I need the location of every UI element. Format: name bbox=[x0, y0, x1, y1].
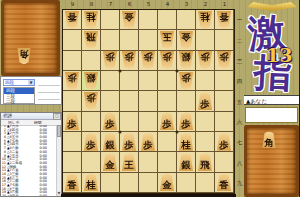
board-cell-17[interactable]: 歩 bbox=[215, 132, 234, 152]
board-cell-56[interactable] bbox=[139, 112, 158, 132]
board-cell-61[interactable]: 金 bbox=[120, 10, 139, 30]
board-cell-66[interactable] bbox=[120, 112, 139, 132]
piece-香-19[interactable]: 香 bbox=[217, 173, 232, 191]
file-label-8: 8 bbox=[82, 1, 101, 7]
piece-飛-28[interactable]: 飛 bbox=[198, 153, 213, 171]
rank-label-9: 九 bbox=[235, 180, 244, 187]
piece-銀-38[interactable]: 銀 bbox=[179, 153, 194, 171]
kifu-title: 棋譜 bbox=[3, 113, 53, 119]
board-cell-99[interactable]: 香 bbox=[63, 173, 82, 193]
board-cell-51[interactable] bbox=[139, 10, 158, 30]
player-info-box bbox=[245, 107, 298, 123]
gote-hand-tray: 角 bbox=[1, 0, 60, 76]
board-cell-71[interactable] bbox=[101, 10, 120, 30]
board-cell-85[interactable]: 歩 bbox=[82, 91, 101, 111]
kifu-move-list[interactable]: 1▲7六歩0:002△8四歩0:003▲2六歩0:004△8五歩0:005▲7七… bbox=[1, 125, 56, 196]
file-label-1: 1 bbox=[215, 1, 234, 7]
board-cell-14[interactable] bbox=[215, 71, 234, 91]
piece-王-68[interactable]: 王 bbox=[122, 153, 137, 171]
dropdown-item-3[interactable]: 二段 bbox=[4, 99, 34, 105]
settings-panel: 四段 ▼ 四段三段二段 bbox=[0, 76, 62, 105]
board-cell-27[interactable] bbox=[196, 132, 215, 152]
board-cell-45[interactable] bbox=[158, 91, 177, 111]
board-cell-22[interactable] bbox=[196, 30, 215, 50]
rank-label-3: 三 bbox=[235, 58, 244, 65]
board-cell-43[interactable]: 歩 bbox=[158, 51, 177, 71]
piece-歩-85[interactable]: 歩 bbox=[84, 92, 99, 110]
combobox-value: 四段 bbox=[5, 80, 14, 85]
piece-歩-63[interactable]: 歩 bbox=[122, 51, 137, 69]
piece-歩-96[interactable]: 歩 bbox=[65, 112, 80, 130]
piece-銀-33[interactable]: 銀 bbox=[179, 51, 194, 69]
board-cell-79[interactable] bbox=[101, 173, 120, 193]
board-cell-21[interactable]: 桂 bbox=[196, 10, 215, 30]
board-cell-91[interactable]: 香 bbox=[63, 10, 82, 30]
board-cell-29[interactable] bbox=[196, 173, 215, 193]
piece-歩-34[interactable]: 歩 bbox=[179, 72, 194, 90]
piece-飛-82[interactable]: 飛 bbox=[84, 31, 99, 49]
board-cell-57[interactable]: 歩 bbox=[139, 132, 158, 152]
board-cell-93[interactable] bbox=[63, 51, 82, 71]
board-cell-86[interactable] bbox=[82, 112, 101, 132]
board-cell-83[interactable] bbox=[82, 51, 101, 71]
rank-label-1: 一 bbox=[235, 17, 244, 24]
board-cell-68[interactable]: 王 bbox=[120, 152, 139, 172]
piece-桂-89[interactable]: 桂 bbox=[84, 173, 99, 191]
board-cell-54[interactable] bbox=[139, 71, 158, 91]
board-cell-75[interactable] bbox=[101, 91, 120, 111]
board-cell-12[interactable] bbox=[215, 30, 234, 50]
board-cell-88[interactable] bbox=[82, 152, 101, 172]
board-cell-78[interactable]: 金 bbox=[101, 152, 120, 172]
board-cell-35[interactable] bbox=[177, 91, 196, 111]
hoshi-dot bbox=[176, 131, 179, 134]
piece-金-78[interactable]: 金 bbox=[103, 153, 118, 171]
board-cell-59[interactable] bbox=[139, 173, 158, 193]
board-cell-13[interactable]: 歩 bbox=[215, 51, 234, 71]
piece-金-61[interactable]: 金 bbox=[122, 11, 137, 29]
board-cell-92[interactable] bbox=[63, 30, 82, 50]
player-label: ▲あなた bbox=[244, 95, 299, 105]
board-cell-95[interactable] bbox=[63, 91, 82, 111]
board-cell-46[interactable]: 歩 bbox=[158, 112, 177, 132]
board-cell-47[interactable] bbox=[158, 132, 177, 152]
hoshi-dot bbox=[119, 70, 122, 73]
piece-金-32[interactable]: 金 bbox=[179, 31, 194, 49]
file-label-6: 6 bbox=[120, 1, 139, 7]
file-label-2: 2 bbox=[196, 1, 215, 7]
file-label-4: 4 bbox=[158, 1, 177, 7]
piece-歩-57[interactable]: 歩 bbox=[141, 133, 156, 151]
piece-銀-84[interactable]: 銀 bbox=[84, 72, 99, 90]
board-cell-25[interactable]: 歩 bbox=[196, 91, 215, 111]
scrollbar-thumb[interactable] bbox=[57, 125, 61, 137]
board-cell-64[interactable] bbox=[120, 71, 139, 91]
board-cell-44[interactable] bbox=[158, 71, 177, 91]
sente-hand-tray: 角 bbox=[244, 125, 299, 197]
board-cell-28[interactable]: 飛 bbox=[196, 152, 215, 172]
board-cell-48[interactable] bbox=[158, 152, 177, 172]
level-combobox[interactable]: 四段 ▼ bbox=[3, 79, 35, 86]
board-cell-81[interactable]: 桂 bbox=[82, 10, 101, 30]
hand-piece-角[interactable]: 角 bbox=[17, 47, 31, 64]
app-logo: 激 指 13 bbox=[244, 0, 300, 95]
piece-香-99[interactable]: 香 bbox=[65, 173, 80, 191]
board-cell-34[interactable]: 歩 bbox=[177, 71, 196, 91]
piece-歩-73[interactable]: 歩 bbox=[103, 51, 118, 69]
file-label-7: 7 bbox=[101, 1, 120, 7]
board-cell-89[interactable]: 桂 bbox=[82, 173, 101, 193]
piece-歩-67[interactable]: 歩 bbox=[122, 133, 137, 151]
piece-角-in-hand[interactable]: 角 bbox=[262, 131, 276, 148]
board-cell-67[interactable]: 歩 bbox=[120, 132, 139, 152]
board-cell-18[interactable] bbox=[215, 152, 234, 172]
board-cell-23[interactable]: 歩 bbox=[196, 51, 215, 71]
board-cell-58[interactable] bbox=[139, 152, 158, 172]
hoshi-dot bbox=[119, 131, 122, 134]
piece-銀-77[interactable]: 銀 bbox=[103, 133, 118, 151]
combobox-arrow-icon[interactable]: ▼ bbox=[28, 80, 34, 85]
piece-歩-25[interactable]: 歩 bbox=[198, 92, 213, 110]
piece-歩-13[interactable]: 歩 bbox=[217, 51, 232, 69]
kifu-window-button[interactable]: □ bbox=[53, 113, 61, 120]
board-cell-63[interactable]: 歩 bbox=[120, 51, 139, 71]
rank-label-6: 六 bbox=[235, 119, 244, 126]
board-cell-19[interactable]: 香 bbox=[215, 173, 234, 193]
board-cell-82[interactable]: 飛 bbox=[82, 30, 101, 50]
piece-桂-81[interactable]: 桂 bbox=[84, 11, 99, 29]
board-cell-36[interactable]: 歩 bbox=[177, 112, 196, 132]
rank-label-2: 二 bbox=[235, 38, 244, 45]
piece-歩-76[interactable]: 歩 bbox=[103, 112, 118, 130]
piece-歩-36[interactable]: 歩 bbox=[179, 112, 194, 130]
board-cell-87[interactable]: 歩 bbox=[82, 132, 101, 152]
board-cell-55[interactable] bbox=[139, 91, 158, 111]
hand-piece-角[interactable]: 角 bbox=[262, 131, 276, 148]
rank-label-5: 五 bbox=[235, 99, 244, 106]
board-cell-37[interactable]: 桂 bbox=[177, 132, 196, 152]
board-cell-53[interactable]: 歩 bbox=[139, 51, 158, 71]
piece-歩-23[interactable]: 歩 bbox=[198, 51, 213, 69]
board-cell-32[interactable]: 金 bbox=[177, 30, 196, 50]
rank-label-4: 四 bbox=[235, 78, 244, 85]
board-cell-52[interactable] bbox=[139, 30, 158, 50]
file-label-5: 5 bbox=[139, 1, 158, 7]
hoshi-dot bbox=[176, 70, 179, 73]
board-cell-77[interactable]: 銀 bbox=[101, 132, 120, 152]
shogi-board[interactable]: 香桂金桂香飛玉金歩歩歩歩銀歩歩歩銀歩歩歩歩歩歩歩歩銀歩歩桂歩金王銀飛香桂金香 bbox=[63, 10, 234, 193]
board-cell-39[interactable] bbox=[177, 173, 196, 193]
kifu-row-20[interactable]: 20△9四歩0:00 bbox=[1, 195, 56, 196]
piece-歩-94[interactable]: 歩 bbox=[65, 72, 80, 90]
board-cell-98[interactable] bbox=[63, 152, 82, 172]
app-window: 角 四段 ▼ 四段三段二段 棋譜 □ 指し手 時間 1▲7六歩0:002△8四歩… bbox=[0, 0, 300, 197]
piece-金-49[interactable]: 金 bbox=[160, 173, 175, 191]
board-cell-16[interactable] bbox=[215, 112, 234, 132]
board-cell-74[interactable] bbox=[101, 71, 120, 91]
level-dropdown-list: 四段三段二段 bbox=[3, 87, 35, 104]
rank-label-7: 七 bbox=[235, 139, 244, 146]
board-cell-33[interactable]: 銀 bbox=[177, 51, 196, 71]
board-cell-73[interactable]: 歩 bbox=[101, 51, 120, 71]
piece-桂-21[interactable]: 桂 bbox=[198, 11, 213, 29]
piece-歩-43[interactable]: 歩 bbox=[160, 51, 175, 69]
board-cell-24[interactable] bbox=[196, 71, 215, 91]
piece-歩-46[interactable]: 歩 bbox=[160, 112, 175, 130]
panel-divider bbox=[38, 85, 60, 86]
file-label-3: 3 bbox=[177, 1, 196, 7]
panel-divider bbox=[38, 92, 60, 93]
board-cell-15[interactable] bbox=[215, 91, 234, 111]
piece-玉-42[interactable]: 玉 bbox=[160, 31, 175, 49]
board-cell-49[interactable]: 金 bbox=[158, 173, 177, 193]
file-label-9: 9 bbox=[63, 1, 82, 7]
board-cell-62[interactable] bbox=[120, 30, 139, 50]
rank-label-8: 八 bbox=[235, 160, 244, 167]
board-cell-69[interactable] bbox=[120, 173, 139, 193]
piece-歩-17[interactable]: 歩 bbox=[217, 133, 232, 151]
panel-divider bbox=[38, 99, 60, 100]
piece-香-11[interactable]: 香 bbox=[217, 11, 232, 29]
piece-歩-87[interactable]: 歩 bbox=[84, 133, 99, 151]
board-cell-96[interactable]: 歩 bbox=[63, 112, 82, 132]
board-cell-42[interactable]: 玉 bbox=[158, 30, 177, 50]
kifu-titlebar[interactable]: 棋譜 □ bbox=[1, 113, 61, 120]
piece-歩-53[interactable]: 歩 bbox=[141, 51, 156, 69]
piece-角-in-hand[interactable]: 角 bbox=[17, 47, 31, 64]
board-cell-65[interactable] bbox=[120, 91, 139, 111]
kifu-scrollbar[interactable]: ▼ bbox=[56, 125, 61, 196]
board-cell-76[interactable]: 歩 bbox=[101, 112, 120, 132]
piece-桂-37[interactable]: 桂 bbox=[179, 133, 194, 151]
board-cell-72[interactable] bbox=[101, 30, 120, 50]
board-cell-94[interactable]: 歩 bbox=[63, 71, 82, 91]
board-cell-38[interactable]: 銀 bbox=[177, 152, 196, 172]
version-badge: 13 bbox=[266, 44, 292, 66]
board-cell-31[interactable] bbox=[177, 10, 196, 30]
piece-香-91[interactable]: 香 bbox=[65, 11, 80, 29]
board-cell-41[interactable] bbox=[158, 10, 177, 30]
board-cell-26[interactable] bbox=[196, 112, 215, 132]
board-cell-11[interactable]: 香 bbox=[215, 10, 234, 30]
board-cell-97[interactable] bbox=[63, 132, 82, 152]
kifu-window: 棋譜 □ 指し手 時間 1▲7六歩0:002△8四歩0:003▲2六歩0:004… bbox=[0, 112, 62, 197]
board-cell-84[interactable]: 銀 bbox=[82, 71, 101, 91]
